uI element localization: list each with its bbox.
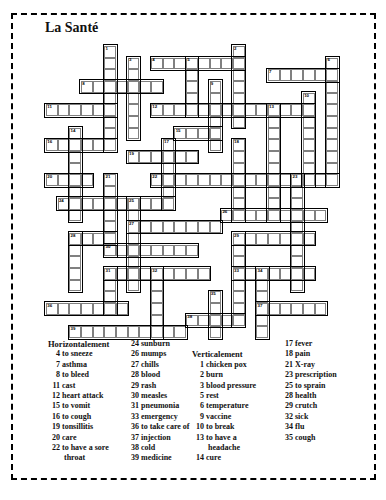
clue-number: 18	[281, 349, 293, 359]
clue-item-6: 6 temperature	[192, 401, 270, 411]
word-28-down-outline	[68, 231, 83, 293]
word-14-down-outline	[68, 126, 83, 223]
clue-number: 8	[48, 370, 60, 380]
cell-number-13: 13	[269, 105, 274, 109]
clue-text: sick	[293, 412, 308, 421]
cell-number-30: 30	[106, 245, 111, 249]
clue-item-1: 1 chicken pox	[192, 360, 270, 370]
across-clue-list-1: 4 to sneeze7 asthma8 to bleed11 cast12 h…	[48, 349, 122, 463]
clue-number: 33	[127, 412, 139, 422]
clue-number: 14	[192, 453, 204, 463]
clue-text: injection	[139, 433, 171, 442]
clue-item-5: 5 rest	[192, 391, 270, 401]
across-header: Horizontalement	[48, 339, 122, 349]
clue-number: 20	[48, 433, 60, 443]
clue-item-14: 14 cure	[192, 453, 270, 463]
clue-text: temperature	[204, 401, 249, 410]
clue-number: 24	[127, 339, 139, 349]
clue-number: 28	[127, 370, 139, 380]
clue-number: 17	[281, 339, 293, 349]
word-32-down-outline	[150, 266, 165, 339]
clue-number: 32	[281, 412, 293, 422]
clue-item-8: 8 to bleed	[48, 370, 122, 380]
clue-item-10: 10 to break	[192, 422, 270, 432]
clue-number: 29	[127, 381, 139, 391]
cell-number-14: 14	[71, 129, 76, 133]
cell-number-24: 24	[59, 199, 64, 203]
cell-number-29: 29	[234, 234, 239, 238]
clue-number: 11	[48, 381, 60, 391]
cell-number-35: 35	[211, 292, 216, 296]
clue-number: 10	[192, 422, 204, 432]
cell-number-18: 18	[234, 140, 239, 144]
clue-number: 38	[127, 443, 139, 453]
down-clues-col2: 17 fever18 pain21 X-ray23 prescription25…	[281, 339, 351, 443]
crossword-grid: 1234567891011121314151617181920212223242…	[46, 46, 338, 338]
clue-item-17: 17 fever	[281, 339, 351, 349]
clue-item-12: 12 heart attack	[48, 391, 122, 401]
cell-number-25: 25	[129, 199, 134, 203]
down-clue-list-2: 17 fever18 pain21 X-ray23 prescription25…	[281, 339, 351, 443]
word-39-across-outline	[68, 325, 188, 340]
clue-number: 12	[48, 391, 60, 401]
clue-number: 23	[281, 370, 293, 380]
clue-item-21: 21 X-ray	[281, 360, 351, 370]
clue-number: 34	[281, 422, 293, 432]
clue-number: 28	[281, 391, 293, 401]
cell-number-36: 36	[47, 304, 52, 308]
clue-text: to sprain	[293, 381, 325, 390]
cell-number-31: 31	[106, 269, 111, 273]
cell-number-9: 9	[211, 82, 213, 86]
clue-number: 19	[48, 422, 60, 432]
word-1-down-outline	[103, 44, 118, 152]
clue-item-2: 2 burn	[192, 370, 270, 380]
worksheet-page: La Santé 1234567891011121314151617181920…	[0, 0, 386, 500]
word-9-down-outline	[208, 79, 223, 152]
clue-number: 9	[192, 412, 204, 422]
clue-item-20: 20 care	[48, 433, 122, 443]
clue-text: to bleed	[60, 370, 89, 379]
clue-text: blood	[139, 370, 160, 379]
clue-number: 21	[281, 360, 293, 370]
clue-item-9: 9 vaccine	[192, 412, 270, 422]
clue-text: health	[293, 391, 316, 400]
clue-text: medicine	[139, 453, 172, 462]
clue-text: cough	[293, 433, 315, 442]
word-8-across-outline	[79, 79, 164, 94]
clue-item-29: 29 crutch	[281, 401, 351, 411]
clue-number: 39	[127, 453, 139, 463]
clue-item-22: 22 to have a sore throat	[48, 443, 122, 464]
clue-text: sunburn	[139, 339, 170, 348]
clue-number: 36	[127, 422, 139, 432]
clue-item-15: 15 to vomit	[48, 401, 122, 411]
clue-item-25: 25 to sprain	[281, 381, 351, 391]
clue-item-16: 16 to cough	[48, 412, 122, 422]
clue-number: 13	[192, 433, 204, 443]
cell-number-4: 4	[152, 58, 154, 62]
clue-text: cure	[204, 453, 221, 462]
clue-number: 25	[281, 381, 293, 391]
clue-text: to vomit	[60, 401, 90, 410]
clue-number: 4	[48, 349, 60, 359]
clue-number: 30	[127, 391, 139, 401]
cell-number-38: 38	[187, 315, 192, 319]
clue-text: flu	[293, 422, 304, 431]
word-31-down-outline	[103, 266, 118, 316]
clue-number: 26	[127, 349, 139, 359]
clue-number: 29	[281, 401, 293, 411]
clue-item-7: 7 asthma	[48, 360, 122, 370]
cell-number-3: 3	[129, 58, 131, 62]
cell-number-15: 15	[176, 129, 181, 133]
cell-number-11: 11	[47, 105, 52, 109]
clue-text: X-ray	[293, 360, 315, 369]
clue-text: pain	[293, 349, 310, 358]
word-35-down-outline	[208, 290, 223, 340]
clue-text: to take care of	[139, 422, 190, 431]
clue-text: blood pressure	[204, 381, 256, 390]
clue-number: 6	[192, 401, 204, 411]
clue-text: care	[60, 433, 77, 442]
clue-number: 27	[127, 360, 139, 370]
clue-text: fever	[293, 339, 312, 348]
clue-number: 22	[48, 443, 60, 453]
across-clues-col1: Horizontalement 4 to sneeze7 asthma8 to …	[48, 339, 122, 464]
cell-number-33: 33	[234, 269, 239, 273]
cell-number-22: 22	[152, 175, 157, 179]
clue-text: to have a sore throat	[60, 443, 109, 462]
clue-number: 3	[192, 381, 204, 391]
cell-number-39: 39	[71, 327, 76, 331]
cell-number-10: 10	[304, 94, 309, 98]
clue-text: emergency	[139, 412, 178, 421]
word-23-down-outline	[290, 173, 305, 293]
down-header: Verticalement	[192, 349, 270, 359]
clue-text: chills	[139, 360, 159, 369]
cell-number-2: 2	[234, 47, 236, 51]
clue-text: chicken pox	[204, 360, 247, 369]
clue-number: 7	[48, 360, 60, 370]
clue-item-23: 23 prescription	[281, 370, 351, 380]
clue-item-19: 19 tonsillitis	[48, 422, 122, 432]
clue-text: to sneeze	[60, 349, 92, 358]
clue-number: 5	[192, 391, 204, 401]
clue-item-28: 28 health	[281, 391, 351, 401]
clue-text: burn	[204, 370, 223, 379]
cell-number-20: 20	[47, 175, 52, 179]
clue-number: 37	[127, 433, 139, 443]
cell-number-12: 12	[152, 105, 157, 109]
clue-number: 2	[192, 370, 204, 380]
cell-number-27: 27	[129, 222, 134, 226]
cell-number-23: 23	[292, 175, 297, 179]
word-25-down-outline	[126, 196, 141, 293]
cell-number-6: 6	[328, 58, 330, 62]
clue-text: to have a headache	[204, 433, 240, 452]
clue-text: mumps	[139, 349, 166, 358]
cell-number-1: 1	[106, 47, 108, 51]
clue-item-4: 4 to sneeze	[48, 349, 122, 359]
clue-text: heart attack	[60, 391, 104, 400]
clue-item-34: 34 flu	[281, 422, 351, 432]
clue-item-11: 11 cast	[48, 381, 122, 391]
clue-number: 31	[127, 401, 139, 411]
clue-text: cast	[60, 381, 75, 390]
cell-number-28: 28	[71, 234, 76, 238]
cell-number-5: 5	[187, 58, 189, 62]
word-18-down-outline	[231, 138, 246, 223]
clue-text: rash	[139, 381, 156, 390]
clue-text: to break	[204, 422, 235, 431]
down-clues-col1: Verticalement 1 chicken pox2 burn3 blood…	[192, 339, 270, 464]
clue-number: 35	[281, 433, 293, 443]
cell-number-34: 34	[257, 269, 262, 273]
word-3-down-outline	[126, 56, 141, 141]
clue-item-32: 32 sick	[281, 412, 351, 422]
clue-text: crutch	[293, 401, 317, 410]
page-title: La Santé	[45, 20, 98, 36]
cell-number-21: 21	[106, 175, 111, 179]
word-29-down-outline	[231, 231, 246, 328]
cell-number-7: 7	[269, 70, 271, 74]
cell-number-8: 8	[82, 82, 84, 86]
word-6-down-outline	[325, 56, 340, 188]
clue-text: asthma	[60, 360, 87, 369]
clue-item-35: 35 cough	[281, 433, 351, 443]
clue-number: 15	[48, 401, 60, 411]
cell-number-16: 16	[47, 140, 52, 144]
clue-number: 1	[192, 360, 204, 370]
clue-item-3: 3 blood pressure	[192, 381, 270, 391]
cell-number-26: 26	[222, 210, 227, 214]
down-clue-list-1: 1 chicken pox2 burn3 blood pressure5 res…	[192, 360, 270, 464]
clue-text: rest	[204, 391, 219, 400]
cell-number-19: 19	[129, 152, 134, 156]
clue-item-18: 18 pain	[281, 349, 351, 359]
clue-item-13: 13 to have a headache	[192, 433, 270, 454]
clue-text: measles	[139, 391, 167, 400]
clue-text: tonsillitis	[60, 422, 93, 431]
cell-number-17: 17	[164, 140, 169, 144]
clue-text: vaccine	[204, 412, 231, 421]
word-13-down-outline	[266, 103, 281, 223]
word-17-down-outline	[161, 138, 176, 211]
clue-text: cold	[139, 443, 155, 452]
cell-number-32: 32	[152, 269, 157, 273]
cell-number-37: 37	[257, 304, 262, 308]
word-2-down-outline	[231, 44, 246, 129]
clue-number: 16	[48, 412, 60, 422]
clue-text: to cough	[60, 412, 91, 421]
clue-text: pneumonia	[139, 401, 179, 410]
word-5-down-outline	[185, 56, 200, 118]
clue-text: prescription	[293, 370, 337, 379]
